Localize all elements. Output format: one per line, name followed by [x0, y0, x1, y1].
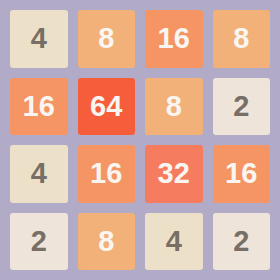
tile-r2c3: 16	[213, 145, 271, 203]
tile-r2c1: 16	[78, 145, 136, 203]
tile-r0c3: 8	[213, 10, 271, 68]
tile-r1c1: 64	[78, 78, 136, 136]
tile-r2c0: 4	[10, 145, 68, 203]
tile-r1c3: 2	[213, 78, 271, 136]
tile-r0c2: 16	[145, 10, 203, 68]
tile-r0c0: 4	[10, 10, 68, 68]
tile-r1c2: 8	[145, 78, 203, 136]
tile-r1c0: 16	[10, 78, 68, 136]
tile-r3c1: 8	[78, 213, 136, 271]
tile-r0c1: 8	[78, 10, 136, 68]
tile-r3c0: 2	[10, 213, 68, 271]
tile-r3c2: 4	[145, 213, 203, 271]
tile-r2c2: 32	[145, 145, 203, 203]
game-board-2048[interactable]: 4 8 16 8 16 64 8 2 4 16 32 16 2 8 4 2	[0, 0, 280, 280]
tile-r3c3: 2	[213, 213, 271, 271]
